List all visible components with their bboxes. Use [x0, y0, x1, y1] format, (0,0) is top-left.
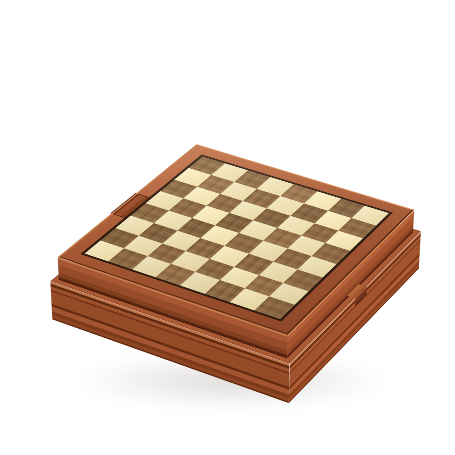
square-r5c7	[284, 269, 323, 291]
square-r4c7	[298, 256, 337, 277]
square-r7c4	[180, 272, 220, 294]
square-r5c4	[210, 246, 249, 267]
square-r5c2	[162, 230, 200, 250]
product-photo-background	[0, 0, 455, 455]
square-r7c3	[156, 264, 195, 286]
square-r6c3	[171, 251, 210, 272]
square-r5c5	[234, 254, 273, 275]
square-r4c5	[249, 241, 287, 262]
square-r7c5	[205, 280, 245, 302]
square-r5c3	[186, 238, 225, 259]
square-r6c2	[147, 243, 186, 264]
square-r5c6	[259, 261, 298, 282]
square-r3c7	[312, 243, 350, 264]
chess-box-scene	[0, 0, 455, 455]
square-r7c0	[85, 241, 124, 262]
square-r6c6	[244, 275, 283, 297]
square-r7c7	[255, 297, 295, 320]
chess-storage-box	[58, 144, 414, 335]
square-r6c1	[124, 236, 163, 257]
square-r4c4	[225, 233, 263, 254]
square-r7c6	[229, 288, 269, 310]
square-r6c4	[195, 259, 234, 280]
square-r3c6	[287, 236, 325, 257]
square-r6c7	[269, 283, 309, 305]
square-r7c1	[108, 248, 147, 269]
square-r4c6	[273, 248, 312, 269]
square-r6c5	[220, 267, 259, 289]
square-r2c7	[325, 231, 363, 251]
square-r7c2	[132, 256, 171, 277]
